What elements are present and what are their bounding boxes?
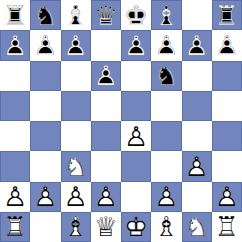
square-d4[interactable] bbox=[91, 121, 121, 151]
piece-black-pawn[interactable]: ♟♙ bbox=[182, 30, 212, 60]
piece-black-queen[interactable]: ♛♕ bbox=[91, 0, 121, 30]
piece-linework: ♙ bbox=[212, 30, 242, 60]
piece-linework: ♖ bbox=[212, 212, 242, 242]
square-g3[interactable]: ♟♙ bbox=[182, 151, 212, 181]
square-h2[interactable]: ♟♙ bbox=[212, 182, 242, 212]
square-c5[interactable] bbox=[61, 91, 91, 121]
piece-black-king[interactable]: ♚♔ bbox=[121, 0, 151, 30]
piece-linework: ♙ bbox=[212, 182, 242, 212]
piece-white-pawn[interactable]: ♟♙ bbox=[91, 182, 121, 212]
piece-linework: ♙ bbox=[121, 121, 151, 151]
piece-black-knight[interactable]: ♞♘ bbox=[151, 61, 181, 91]
square-f7[interactable]: ♟♙ bbox=[151, 30, 181, 60]
square-d3[interactable] bbox=[91, 151, 121, 181]
square-d6[interactable]: ♟♙ bbox=[91, 61, 121, 91]
square-a4[interactable] bbox=[0, 121, 30, 151]
square-c1[interactable]: ♝♗ bbox=[61, 212, 91, 242]
piece-black-rook[interactable]: ♜♖ bbox=[212, 0, 242, 30]
piece-linework: ♙ bbox=[61, 30, 91, 60]
piece-black-pawn[interactable]: ♟♙ bbox=[0, 30, 30, 60]
square-b5[interactable] bbox=[30, 91, 60, 121]
piece-black-pawn[interactable]: ♟♙ bbox=[91, 61, 121, 91]
square-a1[interactable]: ♜♖ bbox=[0, 212, 30, 242]
piece-linework: ♗ bbox=[61, 0, 91, 30]
square-f6[interactable]: ♞♘ bbox=[151, 61, 181, 91]
piece-white-knight[interactable]: ♞♘ bbox=[182, 212, 212, 242]
square-e6[interactable] bbox=[121, 61, 151, 91]
square-c8[interactable]: ♝♗ bbox=[61, 0, 91, 30]
piece-white-rook[interactable]: ♜♖ bbox=[212, 212, 242, 242]
square-e4[interactable]: ♟♙ bbox=[121, 121, 151, 151]
square-g5[interactable] bbox=[182, 91, 212, 121]
square-d5[interactable] bbox=[91, 91, 121, 121]
piece-white-king[interactable]: ♚♔ bbox=[121, 212, 151, 242]
square-h6[interactable] bbox=[212, 61, 242, 91]
piece-linework: ♙ bbox=[30, 30, 60, 60]
square-g7[interactable]: ♟♙ bbox=[182, 30, 212, 60]
piece-black-pawn[interactable]: ♟♙ bbox=[212, 30, 242, 60]
square-g1[interactable]: ♞♘ bbox=[182, 212, 212, 242]
square-f5[interactable] bbox=[151, 91, 181, 121]
piece-linework: ♙ bbox=[0, 182, 30, 212]
piece-white-pawn[interactable]: ♟♙ bbox=[151, 182, 181, 212]
piece-linework: ♙ bbox=[61, 182, 91, 212]
square-h5[interactable] bbox=[212, 91, 242, 121]
piece-white-pawn[interactable]: ♟♙ bbox=[0, 182, 30, 212]
square-e3[interactable] bbox=[121, 151, 151, 181]
piece-black-pawn[interactable]: ♟♙ bbox=[30, 30, 60, 60]
square-d1[interactable]: ♛♕ bbox=[91, 212, 121, 242]
square-e5[interactable] bbox=[121, 91, 151, 121]
chess-board: ♜♖♞♘♝♗♛♕♚♔♝♗♜♖♟♙♟♙♟♙♟♙♟♙♟♙♟♙♟♙♞♘♟♙♞♘♟♙♟♙… bbox=[0, 0, 242, 242]
square-d7[interactable] bbox=[91, 30, 121, 60]
piece-linework: ♙ bbox=[182, 151, 212, 181]
square-b3[interactable] bbox=[30, 151, 60, 181]
square-f4[interactable] bbox=[151, 121, 181, 151]
square-h8[interactable]: ♜♖ bbox=[212, 0, 242, 30]
square-c6[interactable] bbox=[61, 61, 91, 91]
square-h4[interactable] bbox=[212, 121, 242, 151]
square-a5[interactable] bbox=[0, 91, 30, 121]
square-c4[interactable] bbox=[61, 121, 91, 151]
piece-linework: ♘ bbox=[61, 151, 91, 181]
piece-linework: ♙ bbox=[151, 30, 181, 60]
piece-linework: ♙ bbox=[0, 30, 30, 60]
piece-black-pawn[interactable]: ♟♙ bbox=[61, 30, 91, 60]
piece-linework: ♗ bbox=[151, 0, 181, 30]
square-f1[interactable]: ♝♗ bbox=[151, 212, 181, 242]
piece-linework: ♘ bbox=[30, 0, 60, 30]
square-f3[interactable] bbox=[151, 151, 181, 181]
piece-linework: ♙ bbox=[182, 30, 212, 60]
square-b6[interactable] bbox=[30, 61, 60, 91]
piece-white-bishop[interactable]: ♝♗ bbox=[61, 212, 91, 242]
piece-linework: ♙ bbox=[30, 182, 60, 212]
square-a6[interactable] bbox=[0, 61, 30, 91]
square-b1[interactable] bbox=[30, 212, 60, 242]
piece-white-rook[interactable]: ♜♖ bbox=[0, 212, 30, 242]
piece-linework: ♗ bbox=[151, 212, 181, 242]
piece-linework: ♕ bbox=[91, 0, 121, 30]
piece-linework: ♙ bbox=[121, 30, 151, 60]
square-g6[interactable] bbox=[182, 61, 212, 91]
square-e2[interactable] bbox=[121, 182, 151, 212]
square-g4[interactable] bbox=[182, 121, 212, 151]
piece-white-knight[interactable]: ♞♘ bbox=[61, 151, 91, 181]
piece-linework: ♔ bbox=[121, 212, 151, 242]
piece-black-knight[interactable]: ♞♘ bbox=[30, 0, 60, 30]
piece-linework: ♙ bbox=[91, 182, 121, 212]
square-h1[interactable]: ♜♖ bbox=[212, 212, 242, 242]
piece-white-queen[interactable]: ♛♕ bbox=[91, 212, 121, 242]
square-h7[interactable]: ♟♙ bbox=[212, 30, 242, 60]
piece-linework: ♔ bbox=[121, 0, 151, 30]
square-e1[interactable]: ♚♔ bbox=[121, 212, 151, 242]
square-a3[interactable] bbox=[0, 151, 30, 181]
piece-black-rook[interactable]: ♜♖ bbox=[0, 0, 30, 30]
square-d2[interactable]: ♟♙ bbox=[91, 182, 121, 212]
piece-white-pawn[interactable]: ♟♙ bbox=[61, 182, 91, 212]
piece-white-pawn[interactable]: ♟♙ bbox=[212, 182, 242, 212]
square-g8[interactable] bbox=[182, 0, 212, 30]
square-a7[interactable]: ♟♙ bbox=[0, 30, 30, 60]
square-a8[interactable]: ♜♖ bbox=[0, 0, 30, 30]
square-c3[interactable]: ♞♘ bbox=[61, 151, 91, 181]
square-c2[interactable]: ♟♙ bbox=[61, 182, 91, 212]
piece-white-pawn[interactable]: ♟♙ bbox=[121, 121, 151, 151]
piece-black-bishop[interactable]: ♝♗ bbox=[61, 0, 91, 30]
piece-white-bishop[interactable]: ♝♗ bbox=[151, 212, 181, 242]
piece-linework: ♖ bbox=[0, 212, 30, 242]
square-f8[interactable]: ♝♗ bbox=[151, 0, 181, 30]
square-d8[interactable]: ♛♕ bbox=[91, 0, 121, 30]
square-e8[interactable]: ♚♔ bbox=[121, 0, 151, 30]
piece-black-pawn[interactable]: ♟♙ bbox=[121, 30, 151, 60]
piece-black-pawn[interactable]: ♟♙ bbox=[151, 30, 181, 60]
square-b2[interactable]: ♟♙ bbox=[30, 182, 60, 212]
square-b4[interactable] bbox=[30, 121, 60, 151]
piece-linework: ♖ bbox=[0, 0, 30, 30]
square-h3[interactable] bbox=[212, 151, 242, 181]
square-g2[interactable] bbox=[182, 182, 212, 212]
square-b7[interactable]: ♟♙ bbox=[30, 30, 60, 60]
square-f2[interactable]: ♟♙ bbox=[151, 182, 181, 212]
square-c7[interactable]: ♟♙ bbox=[61, 30, 91, 60]
piece-linework: ♙ bbox=[91, 61, 121, 91]
piece-white-pawn[interactable]: ♟♙ bbox=[30, 182, 60, 212]
piece-linework: ♘ bbox=[182, 212, 212, 242]
square-a2[interactable]: ♟♙ bbox=[0, 182, 30, 212]
square-b8[interactable]: ♞♘ bbox=[30, 0, 60, 30]
piece-black-bishop[interactable]: ♝♗ bbox=[151, 0, 181, 30]
piece-linework: ♗ bbox=[61, 212, 91, 242]
square-e7[interactable]: ♟♙ bbox=[121, 30, 151, 60]
piece-linework: ♕ bbox=[91, 212, 121, 242]
piece-linework: ♙ bbox=[151, 182, 181, 212]
piece-white-pawn[interactable]: ♟♙ bbox=[182, 151, 212, 181]
piece-linework: ♘ bbox=[151, 61, 181, 91]
piece-linework: ♖ bbox=[212, 0, 242, 30]
